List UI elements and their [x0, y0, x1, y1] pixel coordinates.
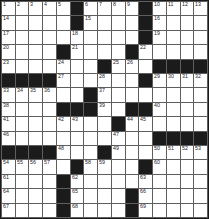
cell-r15c6[interactable]: 68	[71, 204, 84, 217]
cell-r12c13[interactable]	[167, 160, 180, 173]
clue-number-48: 48	[58, 146, 64, 151]
cell-r2c13[interactable]	[167, 16, 180, 29]
cell-r10c11[interactable]	[139, 132, 152, 145]
cell-r9c7[interactable]	[84, 117, 97, 130]
black-cell-r8c11	[139, 103, 152, 116]
cell-r12c14[interactable]	[181, 160, 194, 173]
clue-number-34: 34	[17, 88, 23, 93]
cell-r1c13[interactable]: 11	[167, 2, 180, 15]
cell-r2c5[interactable]	[57, 16, 70, 29]
black-cell-r1c11	[139, 2, 152, 15]
cell-r15c12[interactable]	[153, 204, 166, 217]
cell-r11c13[interactable]: 51	[167, 146, 180, 159]
clue-number-9: 9	[127, 2, 130, 7]
cell-r15c14[interactable]	[181, 204, 194, 217]
cell-r4c11[interactable]: 22	[139, 45, 152, 58]
cell-r4c4[interactable]	[43, 45, 56, 58]
black-cell-r11c2	[16, 146, 29, 159]
cell-r9c1[interactable]: 41	[2, 117, 15, 130]
cell-r4c3[interactable]	[29, 45, 42, 58]
cell-r2c14[interactable]	[181, 16, 194, 29]
cell-r3c5[interactable]	[57, 31, 70, 44]
cell-r13c15[interactable]	[194, 175, 207, 188]
clue-number-57: 57	[44, 160, 50, 165]
cell-r7c14[interactable]	[181, 88, 194, 101]
cell-r8c4[interactable]	[43, 103, 56, 116]
cell-r6c13[interactable]: 30	[167, 74, 180, 87]
cell-r13c8[interactable]	[98, 175, 111, 188]
clue-number-23: 23	[3, 60, 9, 65]
clue-number-35: 35	[30, 88, 36, 93]
cell-r4c1[interactable]: 20	[2, 45, 15, 58]
cell-r10c10[interactable]	[126, 132, 139, 145]
clue-number-8: 8	[113, 2, 116, 7]
clue-number-29: 29	[154, 74, 160, 79]
cell-r11c6[interactable]	[71, 146, 84, 159]
cell-r7c9[interactable]	[112, 88, 125, 101]
cell-r9c14[interactable]	[181, 117, 194, 130]
cell-r4c6[interactable]: 21	[71, 45, 84, 58]
black-cell-r9c9	[112, 117, 125, 130]
cell-r9c2[interactable]	[16, 117, 29, 130]
cell-r14c12[interactable]	[153, 189, 166, 202]
cell-r12c7[interactable]: 58	[84, 160, 97, 173]
black-cell-r10c14	[181, 132, 194, 145]
black-cell-r11c3	[29, 146, 42, 159]
clue-number-45: 45	[140, 117, 146, 122]
cell-r11c5[interactable]: 48	[57, 146, 70, 159]
black-cell-r6c1	[2, 74, 15, 87]
clue-number-37: 37	[99, 88, 105, 93]
black-cell-r8c5	[57, 103, 70, 116]
cell-r8c2[interactable]	[16, 103, 29, 116]
cell-r13c11[interactable]: 63	[139, 175, 152, 188]
cell-r11c14[interactable]: 52	[181, 146, 194, 159]
black-cell-r6c4	[43, 74, 56, 87]
cell-r9c15[interactable]	[194, 117, 207, 130]
cell-r9c10[interactable]: 44	[126, 117, 139, 130]
black-cell-r12c11	[139, 160, 152, 173]
clue-number-38: 38	[3, 103, 9, 108]
cell-r8c14[interactable]	[181, 103, 194, 116]
cell-r2c15[interactable]	[194, 16, 207, 29]
black-cell-r8c6	[71, 103, 84, 116]
cell-r4c13[interactable]	[167, 45, 180, 58]
clue-number-7: 7	[99, 2, 102, 7]
cell-r1c12[interactable]: 10	[153, 2, 166, 15]
clue-number-3: 3	[30, 2, 33, 7]
cell-r6c12[interactable]: 29	[153, 74, 166, 87]
black-cell-r10c13	[167, 132, 180, 145]
clue-number-20: 20	[3, 45, 9, 50]
clue-number-21: 21	[72, 45, 78, 50]
cell-r7c10[interactable]	[126, 88, 139, 101]
black-cell-r5c13	[167, 60, 180, 73]
cell-r6c9[interactable]	[112, 74, 125, 87]
cell-r7c13[interactable]	[167, 88, 180, 101]
clue-number-44: 44	[127, 117, 133, 122]
cell-r3c7[interactable]	[84, 31, 97, 44]
cell-r1c15[interactable]: 13	[194, 2, 207, 15]
clue-number-28: 28	[99, 74, 105, 79]
clue-number-56: 56	[30, 160, 36, 165]
cell-r11c7[interactable]	[84, 146, 97, 159]
cell-r1c2[interactable]: 2	[16, 2, 29, 15]
clue-number-59: 59	[99, 160, 105, 165]
cell-r5c1[interactable]: 23	[2, 60, 15, 73]
clue-number-50: 50	[154, 146, 160, 151]
cell-r12c1[interactable]: 54	[2, 160, 15, 173]
clue-number-2: 2	[17, 2, 20, 7]
clue-number-19: 19	[154, 31, 160, 36]
cell-r2c10[interactable]	[126, 16, 139, 29]
cell-r15c11[interactable]: 69	[139, 204, 152, 217]
cell-r7c4[interactable]: 36	[43, 88, 56, 101]
black-cell-r5c12	[153, 60, 166, 73]
cell-r4c8[interactable]	[98, 45, 111, 58]
cell-r13c10[interactable]	[126, 175, 139, 188]
cell-r2c7[interactable]: 15	[84, 16, 97, 29]
cell-r10c5[interactable]	[57, 132, 70, 145]
clue-number-4: 4	[44, 2, 47, 7]
cell-r15c2[interactable]	[16, 204, 29, 217]
cell-r3c10[interactable]	[126, 31, 139, 44]
black-cell-r1c6	[71, 2, 84, 15]
cell-r14c4[interactable]	[43, 189, 56, 202]
cell-r14c2[interactable]	[16, 189, 29, 202]
cell-r3c12[interactable]: 19	[153, 31, 166, 44]
cell-r10c8[interactable]	[98, 132, 111, 145]
clue-number-54: 54	[3, 160, 9, 165]
cell-r2c4[interactable]	[43, 16, 56, 29]
crossword-board: 1234567891011121314151617181920212223242…	[0, 0, 209, 219]
cell-r3c2[interactable]	[16, 31, 29, 44]
cell-r14c6[interactable]: 65	[71, 189, 84, 202]
cell-r1c7[interactable]: 6	[84, 2, 97, 15]
clue-number-62: 62	[72, 175, 78, 180]
cell-r15c13[interactable]	[167, 204, 180, 217]
cell-r5c6[interactable]	[71, 60, 84, 73]
clue-number-49: 49	[113, 146, 119, 151]
black-cell-r14c10	[126, 189, 139, 202]
cell-r1c9[interactable]: 8	[112, 2, 125, 15]
cell-r7c11[interactable]	[139, 88, 152, 101]
clue-number-52: 52	[182, 146, 188, 151]
cell-r1c5[interactable]: 5	[57, 2, 70, 15]
clue-number-36: 36	[44, 88, 50, 93]
cell-r3c9[interactable]	[112, 31, 125, 44]
cell-r5c10[interactable]: 26	[126, 60, 139, 73]
cell-r15c7[interactable]	[84, 204, 97, 217]
black-cell-r2c11	[139, 16, 152, 29]
clue-number-6: 6	[85, 2, 88, 7]
clue-number-15: 15	[85, 16, 91, 21]
cell-r7c8[interactable]: 37	[98, 88, 111, 101]
cell-r2c2[interactable]	[16, 16, 29, 29]
cell-r15c3[interactable]	[29, 204, 42, 217]
cell-r14c15[interactable]	[194, 189, 207, 202]
cell-r6c7[interactable]	[84, 74, 97, 87]
cell-r1c1[interactable]: 1	[2, 2, 15, 15]
cell-r1c8[interactable]: 7	[98, 2, 111, 15]
cell-r12c10[interactable]	[126, 160, 139, 173]
cell-r13c6[interactable]: 62	[71, 175, 84, 188]
clue-number-39: 39	[99, 103, 105, 108]
clue-number-13: 13	[195, 2, 201, 7]
black-cell-r15c10	[126, 204, 139, 217]
cell-r3c14[interactable]	[181, 31, 194, 44]
clue-number-30: 30	[168, 74, 174, 79]
black-cell-r13c5	[57, 175, 70, 188]
cell-r3c15[interactable]	[194, 31, 207, 44]
clue-number-17: 17	[3, 31, 9, 36]
black-cell-r2c6	[71, 16, 84, 29]
cell-r12c15[interactable]	[194, 160, 207, 173]
clue-number-65: 65	[72, 189, 78, 194]
cell-r5c3[interactable]	[29, 60, 42, 73]
clue-number-63: 63	[140, 175, 146, 180]
cell-r3c1[interactable]: 17	[2, 31, 15, 44]
cell-r9c4[interactable]	[43, 117, 56, 130]
cell-r5c2[interactable]	[16, 60, 29, 73]
cell-r13c4[interactable]	[43, 175, 56, 188]
cell-r7c1[interactable]: 33	[2, 88, 15, 101]
cell-r8c8[interactable]: 39	[98, 103, 111, 116]
clue-number-69: 69	[140, 204, 146, 209]
cell-r7c2[interactable]: 34	[16, 88, 29, 101]
cell-r11c12[interactable]: 50	[153, 146, 166, 159]
black-cell-r7c7	[84, 88, 97, 101]
cell-r12c3[interactable]: 56	[29, 160, 42, 173]
cell-r12c9[interactable]	[112, 160, 125, 173]
clue-number-25: 25	[113, 60, 119, 65]
cell-r15c15[interactable]	[194, 204, 207, 217]
cell-r4c14[interactable]	[181, 45, 194, 58]
clue-number-22: 22	[140, 45, 146, 50]
clue-number-68: 68	[72, 204, 78, 209]
cell-r6c8[interactable]: 28	[98, 74, 111, 87]
clue-number-33: 33	[3, 88, 9, 93]
cell-r14c9[interactable]	[112, 189, 125, 202]
cell-r9c12[interactable]	[153, 117, 166, 130]
cell-r13c1[interactable]: 61	[2, 175, 15, 188]
cell-r7c12[interactable]	[153, 88, 166, 101]
black-cell-r14c5	[57, 189, 70, 202]
cell-r9c13[interactable]	[167, 117, 180, 130]
black-cell-r6c11	[139, 74, 152, 87]
cell-r4c12[interactable]	[153, 45, 166, 58]
black-cell-r5c8	[98, 60, 111, 73]
cell-r13c12[interactable]	[153, 175, 166, 188]
cell-r9c8[interactable]	[98, 117, 111, 130]
cell-r13c3[interactable]	[29, 175, 42, 188]
clue-number-47: 47	[113, 132, 119, 137]
cell-r6c15[interactable]: 32	[194, 74, 207, 87]
cell-r10c1[interactable]: 46	[2, 132, 15, 145]
cell-r7c15[interactable]	[194, 88, 207, 101]
cell-r6c6[interactable]	[71, 74, 84, 87]
cell-r8c3[interactable]	[29, 103, 42, 116]
clue-number-42: 42	[58, 117, 64, 122]
cell-r9c3[interactable]	[29, 117, 42, 130]
clue-number-1: 1	[3, 2, 6, 7]
cell-r6c5[interactable]: 27	[57, 74, 70, 87]
cell-r5c5[interactable]: 24	[57, 60, 70, 73]
cell-r12c12[interactable]: 60	[153, 160, 166, 173]
black-cell-r11c4	[43, 146, 56, 159]
black-cell-r15c5	[57, 204, 70, 217]
cell-r8c1[interactable]: 38	[2, 103, 15, 116]
cell-r12c4[interactable]: 57	[43, 160, 56, 173]
cell-r9c6[interactable]: 43	[71, 117, 84, 130]
cell-r12c2[interactable]: 55	[16, 160, 29, 173]
cell-r14c7[interactable]	[84, 189, 97, 202]
cell-r3c13[interactable]	[167, 31, 180, 44]
cell-r5c9[interactable]: 25	[112, 60, 125, 73]
cell-r11c11[interactable]	[139, 146, 152, 159]
black-cell-r10c12	[153, 132, 166, 145]
cell-r13c14[interactable]	[181, 175, 194, 188]
cell-r6c14[interactable]: 31	[181, 74, 194, 87]
black-cell-r11c1	[2, 146, 15, 159]
cell-r13c13[interactable]	[167, 175, 180, 188]
cell-r7c5[interactable]	[57, 88, 70, 101]
clue-number-67: 67	[3, 204, 9, 209]
clue-number-46: 46	[3, 132, 9, 137]
cell-r2c9[interactable]	[112, 16, 125, 29]
cell-r1c3[interactable]: 3	[29, 2, 42, 15]
black-cell-r11c8	[98, 146, 111, 159]
cell-r7c3[interactable]: 35	[29, 88, 42, 101]
cell-r8c9[interactable]	[112, 103, 125, 116]
clue-number-32: 32	[195, 74, 201, 79]
black-cell-r5c15	[194, 60, 207, 73]
cell-r9c5[interactable]: 42	[57, 117, 70, 130]
cell-r10c2[interactable]	[16, 132, 29, 145]
cell-r4c9[interactable]	[112, 45, 125, 58]
cell-r14c14[interactable]	[181, 189, 194, 202]
cell-r15c9[interactable]	[112, 204, 125, 217]
cell-r10c7[interactable]	[84, 132, 97, 145]
clue-number-51: 51	[168, 146, 174, 151]
cell-r15c8[interactable]	[98, 204, 111, 217]
cell-r15c1[interactable]: 67	[2, 204, 15, 217]
cell-r14c13[interactable]	[167, 189, 180, 202]
clue-number-5: 5	[58, 2, 61, 7]
cell-r3c3[interactable]	[29, 31, 42, 44]
cell-r14c11[interactable]: 66	[139, 189, 152, 202]
cell-r10c4[interactable]	[43, 132, 56, 145]
clue-number-66: 66	[140, 189, 146, 194]
black-cell-r6c3	[29, 74, 42, 87]
cell-r15c4[interactable]	[43, 204, 56, 217]
cell-r4c2[interactable]	[16, 45, 29, 58]
cell-r2c8[interactable]	[98, 16, 111, 29]
clue-number-14: 14	[3, 16, 9, 21]
cell-r10c3[interactable]	[29, 132, 42, 145]
clue-number-26: 26	[127, 60, 133, 65]
clue-number-53: 53	[195, 146, 201, 151]
cell-r12c5[interactable]	[57, 160, 70, 173]
cell-r5c4[interactable]	[43, 60, 56, 73]
black-cell-r12c6	[71, 160, 84, 173]
cell-r12c8[interactable]: 59	[98, 160, 111, 173]
cell-r9c11[interactable]: 45	[139, 117, 152, 130]
cell-r10c6[interactable]	[71, 132, 84, 145]
clue-number-58: 58	[85, 160, 91, 165]
clue-number-40: 40	[154, 103, 160, 108]
clue-number-27: 27	[58, 74, 64, 79]
cell-r2c12[interactable]: 16	[153, 16, 166, 29]
clue-number-43: 43	[72, 117, 78, 122]
clue-number-55: 55	[17, 160, 23, 165]
clue-number-11: 11	[168, 2, 173, 7]
black-cell-r6c2	[16, 74, 29, 87]
cell-r1c4[interactable]: 4	[43, 2, 56, 15]
cell-r10c9[interactable]: 47	[112, 132, 125, 145]
cell-r3c6[interactable]: 18	[71, 31, 84, 44]
cell-r14c8[interactable]	[98, 189, 111, 202]
clue-number-12: 12	[182, 2, 188, 7]
cell-r7c6[interactable]	[71, 88, 84, 101]
cell-r14c1[interactable]: 64	[2, 189, 15, 202]
black-cell-r10c15	[194, 132, 207, 145]
cell-r11c15[interactable]: 53	[194, 146, 207, 159]
black-cell-r4c10	[126, 45, 139, 58]
cell-r4c15[interactable]	[194, 45, 207, 58]
cell-r5c7[interactable]	[84, 60, 97, 73]
cell-r3c8[interactable]	[98, 31, 111, 44]
cell-r4c7[interactable]	[84, 45, 97, 58]
clue-number-41: 41	[3, 117, 9, 122]
cell-r11c9[interactable]: 49	[112, 146, 125, 159]
black-cell-r3c11	[139, 31, 152, 44]
clue-number-10: 10	[154, 2, 160, 7]
cell-r3c4[interactable]	[43, 31, 56, 44]
clue-number-18: 18	[72, 31, 78, 36]
cell-r13c2[interactable]	[16, 175, 29, 188]
cell-r8c12[interactable]: 40	[153, 103, 166, 116]
clue-number-60: 60	[154, 160, 160, 165]
cell-r11c10[interactable]	[126, 146, 139, 159]
clue-number-16: 16	[154, 16, 160, 21]
cell-r13c9[interactable]	[112, 175, 125, 188]
clue-number-31: 31	[182, 74, 188, 79]
black-cell-r8c7	[84, 103, 97, 116]
cell-r13c7[interactable]	[84, 175, 97, 188]
cell-r1c10[interactable]: 9	[126, 2, 139, 15]
clue-number-24: 24	[58, 60, 64, 65]
cell-r8c13[interactable]	[167, 103, 180, 116]
black-cell-r5c14	[181, 60, 194, 73]
cell-r6c10[interactable]	[126, 74, 139, 87]
cell-r5c11[interactable]	[139, 60, 152, 73]
black-cell-r8c10	[126, 103, 139, 116]
black-cell-r4c5	[57, 45, 70, 58]
cell-r1c14[interactable]: 12	[181, 2, 194, 15]
cell-r2c1[interactable]: 14	[2, 16, 15, 29]
cell-r8c15[interactable]	[194, 103, 207, 116]
cell-r14c3[interactable]	[29, 189, 42, 202]
clue-number-61: 61	[3, 175, 9, 180]
clue-number-64: 64	[3, 189, 9, 194]
cell-r2c3[interactable]	[29, 16, 42, 29]
